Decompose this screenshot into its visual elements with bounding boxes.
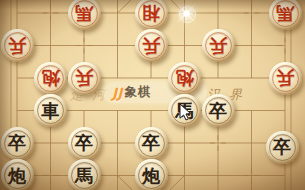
- watermark-app-name: 象棋: [124, 84, 151, 101]
- piece-red-cannon[interactable]: 炮: [168, 62, 201, 95]
- piece-red-horse[interactable]: 馬: [68, 0, 101, 30]
- piece-character: 卒: [75, 134, 93, 152]
- xiangqi-board[interactable]: 楚河 汉界 JJ 象棋 馬相馬兵兵兵炮兵炮兵車馬卒卒卒卒卒炮馬炮: [0, 0, 305, 190]
- piece-character: 兵: [75, 69, 93, 87]
- piece-character: 兵: [209, 37, 227, 55]
- jj-logo: JJ: [112, 85, 122, 101]
- piece-black-soldier[interactable]: 卒: [266, 131, 299, 164]
- piece-red-soldier[interactable]: 兵: [135, 29, 168, 62]
- piece-red-soldier[interactable]: 兵: [202, 29, 235, 62]
- piece-black-soldier[interactable]: 卒: [1, 127, 34, 160]
- piece-character: 車: [42, 102, 60, 120]
- piece-character: 卒: [142, 134, 160, 152]
- piece-red-soldier[interactable]: 兵: [1, 29, 34, 62]
- piece-character: 馬: [75, 167, 93, 185]
- piece-red-soldier[interactable]: 兵: [68, 62, 101, 95]
- piece-red-horse[interactable]: 馬: [269, 0, 302, 30]
- piece-black-chariot[interactable]: 車: [34, 94, 67, 127]
- piece-black-cannon[interactable]: 炮: [1, 159, 34, 190]
- piece-character: 相: [142, 4, 160, 22]
- piece-black-soldier[interactable]: 卒: [135, 127, 168, 160]
- piece-character: 炮: [176, 69, 194, 87]
- piece-character: 兵: [142, 37, 160, 55]
- piece-black-cannon[interactable]: 炮: [135, 159, 168, 190]
- piece-black-soldier[interactable]: 卒: [202, 94, 235, 127]
- mouse-cursor: [179, 103, 193, 122]
- piece-character: 炮: [8, 167, 26, 185]
- piece-black-horse[interactable]: 馬: [68, 159, 101, 190]
- piece-character: 馬: [75, 4, 93, 22]
- piece-character: 卒: [209, 102, 227, 120]
- piece-character: 炮: [42, 69, 60, 87]
- piece-character: 炮: [142, 167, 160, 185]
- piece-character: 卒: [8, 134, 26, 152]
- piece-character: 卒: [273, 138, 291, 156]
- piece-black-soldier[interactable]: 卒: [68, 127, 101, 160]
- piece-character: 兵: [8, 37, 26, 55]
- piece-red-cannon[interactable]: 炮: [34, 62, 67, 95]
- piece-character: 馬: [276, 4, 294, 22]
- piece-character: 兵: [276, 69, 294, 87]
- piece-red-soldier[interactable]: 兵: [269, 62, 302, 95]
- piece-red-elephant[interactable]: 相: [135, 0, 168, 30]
